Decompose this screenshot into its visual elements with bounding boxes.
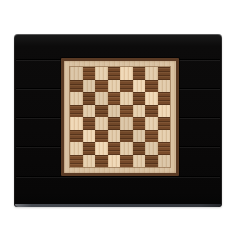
square-c8[interactable] xyxy=(95,67,108,80)
square-a8[interactable] xyxy=(70,67,83,80)
square-c5[interactable] xyxy=(95,105,108,118)
square-d4[interactable] xyxy=(108,117,121,130)
square-a3[interactable] xyxy=(70,130,83,143)
square-d3[interactable] xyxy=(108,130,121,143)
square-b5[interactable] xyxy=(83,105,96,118)
square-d8[interactable] xyxy=(108,67,121,80)
square-e1[interactable] xyxy=(120,155,133,168)
square-g7[interactable] xyxy=(145,80,158,93)
frame-bottom-bevel xyxy=(15,204,221,207)
square-c4[interactable] xyxy=(95,117,108,130)
square-e8[interactable] xyxy=(120,67,133,80)
square-c6[interactable] xyxy=(95,92,108,105)
square-f5[interactable] xyxy=(133,105,146,118)
board-squares-grid xyxy=(70,67,170,167)
square-h5[interactable] xyxy=(158,105,171,118)
square-c1[interactable] xyxy=(95,155,108,168)
square-f7[interactable] xyxy=(133,80,146,93)
square-e3[interactable] xyxy=(120,130,133,143)
square-f2[interactable] xyxy=(133,142,146,155)
square-h7[interactable] xyxy=(158,80,171,93)
square-d2[interactable] xyxy=(108,142,121,155)
square-b4[interactable] xyxy=(83,117,96,130)
product-photo xyxy=(0,0,240,240)
square-g6[interactable] xyxy=(145,92,158,105)
square-b3[interactable] xyxy=(83,130,96,143)
square-c7[interactable] xyxy=(95,80,108,93)
square-f4[interactable] xyxy=(133,117,146,130)
square-e4[interactable] xyxy=(120,117,133,130)
square-f8[interactable] xyxy=(133,67,146,80)
square-b7[interactable] xyxy=(83,80,96,93)
square-b1[interactable] xyxy=(83,155,96,168)
square-f3[interactable] xyxy=(133,130,146,143)
square-h6[interactable] xyxy=(158,92,171,105)
square-b8[interactable] xyxy=(83,67,96,80)
square-a6[interactable] xyxy=(70,92,83,105)
frame-groove xyxy=(16,176,220,178)
square-g5[interactable] xyxy=(145,105,158,118)
square-c2[interactable] xyxy=(95,142,108,155)
square-d7[interactable] xyxy=(108,80,121,93)
square-a5[interactable] xyxy=(70,105,83,118)
square-h3[interactable] xyxy=(158,130,171,143)
square-f1[interactable] xyxy=(133,155,146,168)
square-h2[interactable] xyxy=(158,142,171,155)
square-g2[interactable] xyxy=(145,142,158,155)
square-a1[interactable] xyxy=(70,155,83,168)
square-h4[interactable] xyxy=(158,117,171,130)
square-h8[interactable] xyxy=(158,67,171,80)
square-d6[interactable] xyxy=(108,92,121,105)
square-h1[interactable] xyxy=(158,155,171,168)
square-g3[interactable] xyxy=(145,130,158,143)
square-a4[interactable] xyxy=(70,117,83,130)
square-a2[interactable] xyxy=(70,142,83,155)
square-e2[interactable] xyxy=(120,142,133,155)
square-a7[interactable] xyxy=(70,80,83,93)
square-b2[interactable] xyxy=(83,142,96,155)
square-d1[interactable] xyxy=(108,155,121,168)
square-d5[interactable] xyxy=(108,105,121,118)
square-g1[interactable] xyxy=(145,155,158,168)
square-g8[interactable] xyxy=(145,67,158,80)
square-f6[interactable] xyxy=(133,92,146,105)
square-b6[interactable] xyxy=(83,92,96,105)
square-e7[interactable] xyxy=(120,80,133,93)
square-g4[interactable] xyxy=(145,117,158,130)
board-frame xyxy=(14,34,222,207)
square-e6[interactable] xyxy=(120,92,133,105)
square-c3[interactable] xyxy=(95,130,108,143)
square-e5[interactable] xyxy=(120,105,133,118)
chess-board xyxy=(61,58,179,176)
